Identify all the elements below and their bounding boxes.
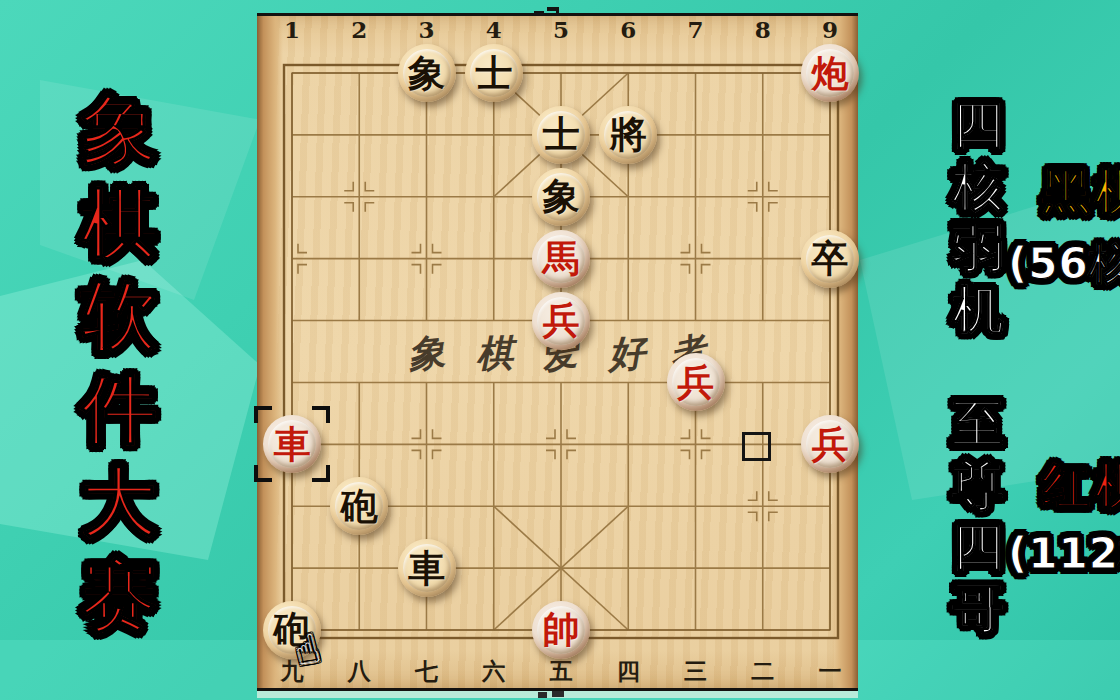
piece-glyph: 兵 [812,426,849,463]
cropped-fragment-bottom [538,692,547,698]
engine-name-char: 至 [948,393,1008,455]
engine-name-char: 弱 [948,217,1008,279]
last-move-origin-marker [742,432,771,461]
black-piece-將[interactable]: 將 [599,106,657,164]
banner-char: 件 [58,363,180,456]
piece-glyph: 馬 [543,240,580,277]
black-piece-卒[interactable]: 卒 [801,230,859,288]
piece-glyph: 象 [543,178,580,215]
piece-glyph: 兵 [677,364,714,401]
cropped-fragment-top [534,11,544,15]
piece-glyph: 將 [610,116,647,153]
red-piece-車[interactable]: 車 [263,415,321,473]
piece-glyph: 兵 [543,302,580,339]
banner-char: 象 [58,84,180,177]
black-engine-name: 四核弱机 [948,94,1008,340]
black-piece-車[interactable]: 車 [398,539,456,597]
black-piece-士[interactable]: 士 [465,44,523,102]
engine-name-char: 哥 [948,578,1008,640]
banner-char: 软 [58,270,180,363]
piece-glyph: 卒 [812,240,849,277]
left-title-banner: 象棋软件大赛 [58,84,180,642]
piece-glyph: 士 [543,116,580,153]
piece-glyph: 車 [408,550,445,587]
file-label-top: 2 [344,16,374,43]
red-piece-帥[interactable]: 帥 [532,601,590,659]
piece-glyph: 帥 [543,611,580,648]
engine-name-char: 核 [948,156,1008,218]
video-frame: 象棋爱好者 123456789 九八七六五四三二一 象士炮士將象馬卒兵兵車兵砲車… [0,0,1120,700]
file-label-top: 1 [277,16,307,43]
piece-glyph: 車 [274,426,311,463]
engine-name-char: 四 [948,94,1008,156]
piece-glyph: 士 [475,55,512,92]
black-piece-象[interactable]: 象 [532,168,590,226]
banner-char: 赛 [58,549,180,642]
pieces-grid: 象士炮士將象馬卒兵兵車兵砲車砲帥 [258,42,863,661]
file-label-top: 8 [748,16,778,43]
cropped-fragment-bottom [552,691,564,697]
red-piece-馬[interactable]: 馬 [532,230,590,288]
black-engine-cores: (56核 [1008,236,1120,292]
cropped-fragment-top [556,7,559,16]
black-piece-砲[interactable]: 砲 [330,477,388,535]
piece-glyph: 象 [408,55,445,92]
banner-char: 棋 [58,177,180,270]
engine-name-char: 机 [948,279,1008,341]
red-engine-name: 至尊四哥 [948,393,1008,639]
black-piece-士[interactable]: 士 [532,106,590,164]
file-label-top: 3 [412,16,442,43]
engine-name-char: 尊 [948,455,1008,517]
piece-glyph: 炮 [812,55,849,92]
red-piece-兵[interactable]: 兵 [667,353,725,411]
red-piece-炮[interactable]: 炮 [801,44,859,102]
red-piece-兵[interactable]: 兵 [801,415,859,473]
red-side-label: 红棋 [1042,454,1120,518]
black-piece-象[interactable]: 象 [398,44,456,102]
red-piece-兵[interactable]: 兵 [532,292,590,350]
file-label-top: 6 [613,16,643,43]
red-engine-cores: (112核 [1008,526,1120,582]
piece-glyph: 砲 [341,488,378,525]
black-side-label: 黑棋 [1042,160,1120,224]
file-label-top: 7 [681,16,711,43]
engine-name-char: 四 [948,516,1008,578]
banner-char: 大 [58,456,180,549]
file-label-top: 5 [546,16,576,43]
file-label-top: 9 [815,16,845,43]
file-label-top: 4 [479,16,509,43]
